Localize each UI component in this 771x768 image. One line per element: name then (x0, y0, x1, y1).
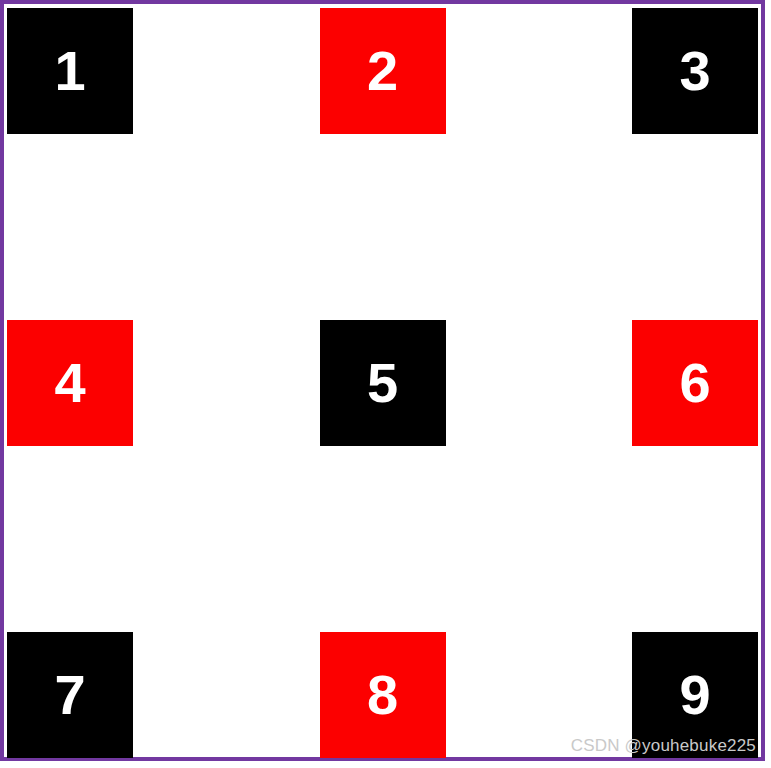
cell-r1c2[interactable]: 2 (320, 8, 446, 134)
cell-r1c3[interactable]: 3 (632, 8, 758, 134)
watermark: CSDN @youhebuke225 (571, 736, 756, 756)
cell-r2c2[interactable]: 5 (320, 320, 446, 446)
cell-r2c3[interactable]: 6 (632, 320, 758, 446)
cell-r1c1[interactable]: 1 (7, 8, 133, 134)
cell-r3c1[interactable]: 7 (7, 632, 133, 758)
number-grid-board: 1 2 3 4 5 6 7 8 9 (7, 8, 758, 758)
cell-r2c1[interactable]: 4 (7, 320, 133, 446)
cell-r3c2[interactable]: 8 (320, 632, 446, 758)
page-canvas: 1 2 3 4 5 6 7 8 9 CSDN @youhebuke225 (0, 0, 771, 768)
